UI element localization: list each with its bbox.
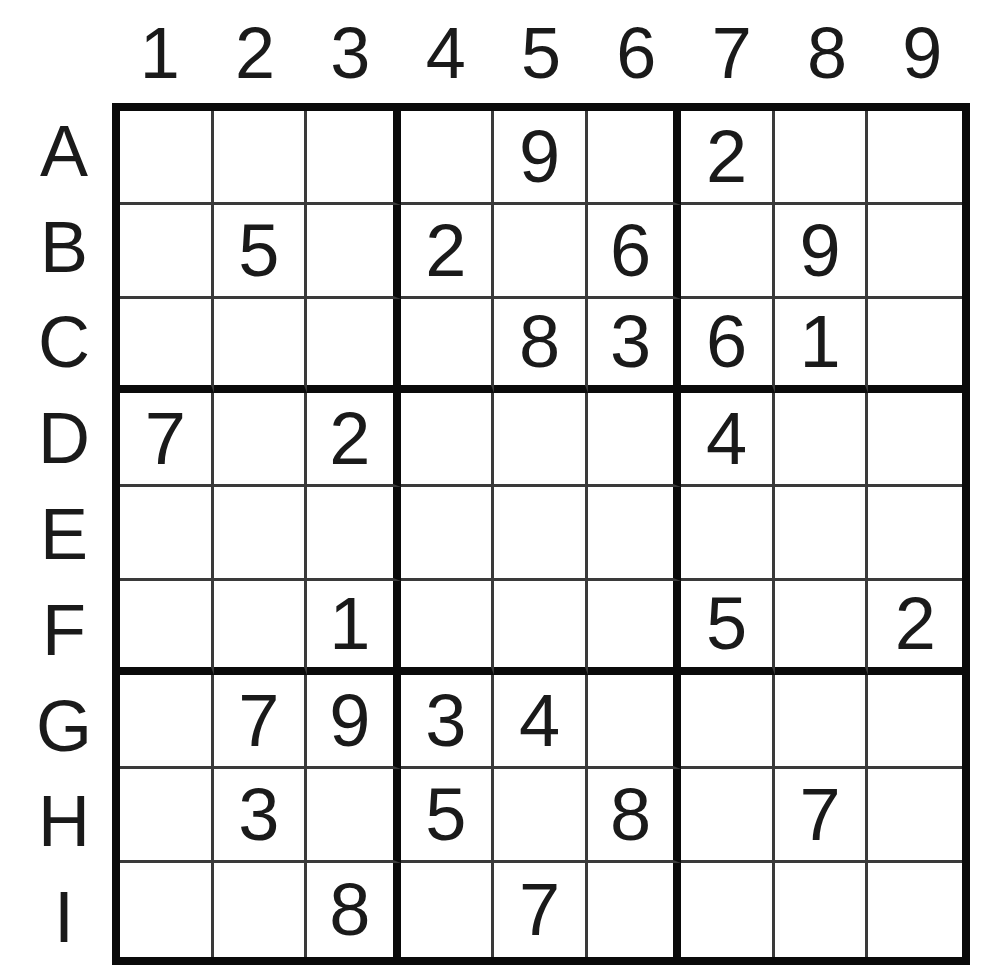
row-label-A: A	[0, 103, 112, 199]
column-label-7: 7	[684, 10, 779, 96]
cell-B5[interactable]	[494, 205, 588, 299]
cell-F7: 5	[681, 581, 775, 675]
cell-A3[interactable]	[307, 111, 401, 205]
cell-F3: 1	[307, 581, 401, 675]
cell-I3: 8	[307, 863, 401, 957]
cell-A5: 9	[494, 111, 588, 205]
cell-A7: 2	[681, 111, 775, 205]
cell-C3[interactable]	[307, 299, 401, 393]
cell-F2[interactable]	[214, 581, 308, 675]
column-label-5: 5	[493, 10, 588, 96]
cell-F5[interactable]	[494, 581, 588, 675]
row-label-I: I	[0, 869, 112, 965]
cell-I4[interactable]	[401, 863, 495, 957]
cell-D3: 2	[307, 393, 401, 487]
cell-E1[interactable]	[120, 487, 214, 581]
cell-G8[interactable]	[775, 675, 869, 769]
cell-G7[interactable]	[681, 675, 775, 769]
cell-I8[interactable]	[775, 863, 869, 957]
cell-E6[interactable]	[588, 487, 682, 581]
row-label-G: G	[0, 678, 112, 774]
cell-H4: 5	[401, 769, 495, 863]
column-label-6: 6	[589, 10, 684, 96]
column-label-8: 8	[779, 10, 874, 96]
cell-C2[interactable]	[214, 299, 308, 393]
row-label-C: C	[0, 295, 112, 391]
cell-I1[interactable]	[120, 863, 214, 957]
cell-A6[interactable]	[588, 111, 682, 205]
cell-H7[interactable]	[681, 769, 775, 863]
cell-F8[interactable]	[775, 581, 869, 675]
cell-H1[interactable]	[120, 769, 214, 863]
row-labels: ABCDEFGHI	[0, 103, 112, 965]
cell-E4[interactable]	[401, 487, 495, 581]
cell-B2: 5	[214, 205, 308, 299]
cell-H5[interactable]	[494, 769, 588, 863]
cell-C7: 6	[681, 299, 775, 393]
sudoku-board: 92526983617241527934358787	[112, 103, 970, 965]
cell-C1[interactable]	[120, 299, 214, 393]
cell-F6[interactable]	[588, 581, 682, 675]
cell-E2[interactable]	[214, 487, 308, 581]
row-label-F: F	[0, 582, 112, 678]
cell-A4[interactable]	[401, 111, 495, 205]
cell-F4[interactable]	[401, 581, 495, 675]
cell-H9[interactable]	[868, 769, 962, 863]
cell-H8: 7	[775, 769, 869, 863]
cell-G2: 7	[214, 675, 308, 769]
row-label-D: D	[0, 390, 112, 486]
cell-G4: 3	[401, 675, 495, 769]
row-label-H: H	[0, 773, 112, 869]
cell-B1[interactable]	[120, 205, 214, 299]
cell-B8: 9	[775, 205, 869, 299]
cell-C6: 3	[588, 299, 682, 393]
cell-D7: 4	[681, 393, 775, 487]
cell-B7[interactable]	[681, 205, 775, 299]
cell-F1[interactable]	[120, 581, 214, 675]
row-label-B: B	[0, 199, 112, 295]
cell-D4[interactable]	[401, 393, 495, 487]
cell-B3[interactable]	[307, 205, 401, 299]
cell-D8[interactable]	[775, 393, 869, 487]
cell-C8: 1	[775, 299, 869, 393]
cell-B6: 6	[588, 205, 682, 299]
cell-D6[interactable]	[588, 393, 682, 487]
cell-A8[interactable]	[775, 111, 869, 205]
cell-B4: 2	[401, 205, 495, 299]
cell-D5[interactable]	[494, 393, 588, 487]
cell-G1[interactable]	[120, 675, 214, 769]
column-labels: 123456789	[112, 10, 970, 96]
column-label-2: 2	[207, 10, 302, 96]
cell-E9[interactable]	[868, 487, 962, 581]
column-label-1: 1	[112, 10, 207, 96]
cell-I5: 7	[494, 863, 588, 957]
row-label-E: E	[0, 486, 112, 582]
cell-A9[interactable]	[868, 111, 962, 205]
column-label-9: 9	[875, 10, 970, 96]
cell-H3[interactable]	[307, 769, 401, 863]
cell-I2[interactable]	[214, 863, 308, 957]
cell-A2[interactable]	[214, 111, 308, 205]
cell-D1: 7	[120, 393, 214, 487]
cell-F9: 2	[868, 581, 962, 675]
cell-I7[interactable]	[681, 863, 775, 957]
cell-B9[interactable]	[868, 205, 962, 299]
cell-G9[interactable]	[868, 675, 962, 769]
cell-E5[interactable]	[494, 487, 588, 581]
cell-E3[interactable]	[307, 487, 401, 581]
cell-A1[interactable]	[120, 111, 214, 205]
cell-E7[interactable]	[681, 487, 775, 581]
cell-C5: 8	[494, 299, 588, 393]
cell-I6[interactable]	[588, 863, 682, 957]
cell-D9[interactable]	[868, 393, 962, 487]
cell-G3: 9	[307, 675, 401, 769]
cell-G6[interactable]	[588, 675, 682, 769]
sudoku-page: 123456789 ABCDEFGHI 92526983617241527934…	[0, 0, 997, 977]
cell-C4[interactable]	[401, 299, 495, 393]
cell-D2[interactable]	[214, 393, 308, 487]
cell-E8[interactable]	[775, 487, 869, 581]
cell-I9[interactable]	[868, 863, 962, 957]
cell-H2: 3	[214, 769, 308, 863]
cell-C9[interactable]	[868, 299, 962, 393]
column-label-3: 3	[303, 10, 398, 96]
cell-G5: 4	[494, 675, 588, 769]
column-label-4: 4	[398, 10, 493, 96]
cell-H6: 8	[588, 769, 682, 863]
